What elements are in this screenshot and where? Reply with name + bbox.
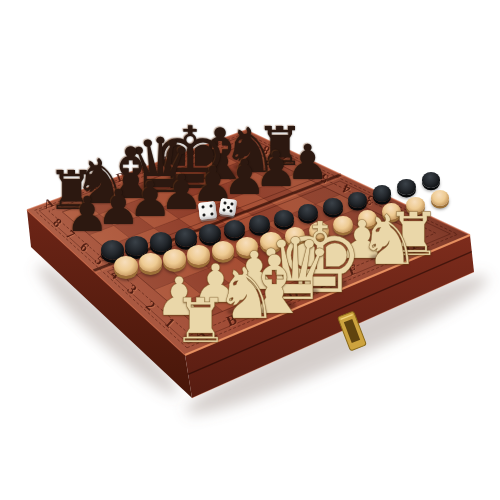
piece-ground-shadow — [184, 332, 218, 340]
checker-tan — [382, 203, 401, 220]
checker-black — [373, 185, 392, 201]
piece-ground-shadow — [164, 307, 193, 314]
light-pawn: ♟ — [184, 258, 248, 311]
checker-tan — [358, 210, 378, 227]
checker-black — [249, 215, 270, 233]
piece-ground-shadow — [227, 307, 266, 316]
product-photo-chess-set: AABBCCDDEEFFGGHHAABBCCDDEEFFGGHH11223344… — [0, 0, 500, 500]
checker-tan — [333, 216, 353, 233]
piece-ground-shadow — [294, 171, 321, 177]
checker-black — [348, 192, 367, 208]
checker-black — [125, 236, 148, 255]
checker-black — [422, 172, 440, 187]
checker-black — [199, 224, 220, 242]
checker-tan — [163, 249, 186, 269]
checker-black — [150, 232, 172, 251]
die-pip — [210, 212, 213, 215]
checker-tan — [212, 241, 234, 260]
die-pip — [203, 213, 206, 216]
piece-ground-shadow — [105, 216, 132, 222]
checker-black — [274, 210, 294, 227]
die-pip — [223, 201, 226, 204]
checker-tan — [406, 197, 425, 213]
die-pip — [202, 206, 205, 209]
piece-ground-shadow — [201, 295, 230, 302]
piece-ground-shadow — [272, 286, 319, 297]
dark-rook: ♜ — [40, 165, 104, 218]
piece-ground-shadow — [84, 195, 118, 203]
checker-tan — [285, 227, 306, 245]
checker-black — [224, 220, 245, 238]
checker-black — [175, 228, 197, 247]
checker-tan — [114, 256, 138, 276]
piece-ground-shadow — [57, 202, 86, 209]
checker-tan — [236, 237, 258, 256]
die-pip — [226, 205, 229, 208]
pieces-layer: ♜♞♝♟♚♟♛♟♝♟♞♟♜♟♟♟♜♟♞♚♟♛♟♝♟♞♜ — [0, 0, 500, 500]
piece-ground-shadow — [137, 208, 164, 214]
piece-ground-shadow — [265, 157, 294, 164]
die-pip — [222, 208, 225, 211]
checker-tan — [187, 245, 209, 264]
die-pip — [209, 205, 212, 208]
checker-black — [397, 179, 415, 195]
die — [198, 201, 217, 220]
piece-ground-shadow — [111, 188, 150, 197]
die — [219, 198, 237, 216]
die-pip — [229, 209, 232, 212]
checker-tan — [260, 232, 281, 250]
piece-ground-shadow — [231, 186, 258, 192]
piece-ground-shadow — [240, 282, 269, 289]
piece-ground-shadow — [397, 246, 430, 254]
die-pip — [230, 202, 233, 205]
checker-tan — [139, 253, 162, 273]
piece-ground-shadow — [370, 253, 408, 262]
checker-tan — [309, 222, 329, 240]
piece-ground-shadow — [74, 223, 101, 229]
piece-ground-shadow — [263, 178, 290, 184]
piece-ground-shadow — [233, 163, 267, 171]
piece-ground-shadow — [168, 201, 195, 207]
checker-black — [298, 204, 318, 221]
checker-tan — [431, 190, 450, 206]
checker-black — [323, 198, 343, 215]
